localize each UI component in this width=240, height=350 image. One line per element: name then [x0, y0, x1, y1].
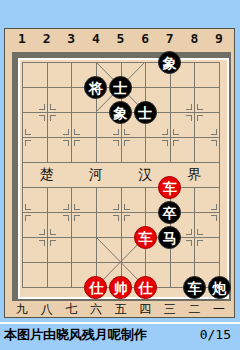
point-marker: [50, 115, 56, 121]
piece-red-帅[interactable]: 帅: [109, 276, 132, 299]
point-marker: [197, 115, 203, 121]
point-marker: [63, 204, 69, 210]
point-marker: [124, 204, 130, 210]
point-marker: [63, 215, 69, 221]
board-cell: [72, 238, 97, 263]
point-marker: [113, 140, 119, 146]
river-char: 河: [86, 163, 106, 185]
point-marker: [113, 215, 119, 221]
point-marker: [186, 115, 192, 121]
file-label-top: 1: [10, 32, 34, 46]
piece-red-车[interactable]: 车: [134, 226, 157, 249]
footer-divider: [0, 322, 240, 324]
piece-red-仕[interactable]: 仕: [84, 276, 107, 299]
point-marker: [25, 204, 31, 210]
file-label-bottom: 七: [59, 302, 83, 316]
point-marker: [39, 229, 45, 235]
point-marker: [25, 140, 31, 146]
file-label-top: 4: [84, 32, 108, 46]
piece-black-士[interactable]: 士: [134, 101, 157, 124]
file-label-top: 6: [133, 32, 157, 46]
piece-red-车[interactable]: 车: [158, 176, 181, 199]
file-label-top: 3: [59, 32, 83, 46]
point-marker: [162, 129, 168, 135]
point-marker: [25, 129, 31, 135]
point-marker: [63, 140, 69, 146]
point-marker: [74, 140, 80, 146]
file-label-top: 8: [182, 32, 206, 46]
piece-black-炮[interactable]: 炮: [208, 276, 231, 299]
piece-black-将[interactable]: 将: [84, 76, 107, 99]
file-label-bottom: 一: [207, 302, 231, 316]
point-marker: [211, 129, 217, 135]
point-marker: [113, 204, 119, 210]
point-marker: [25, 215, 31, 221]
point-marker: [186, 104, 192, 110]
point-marker: [50, 240, 56, 246]
point-marker: [211, 140, 217, 146]
point-marker: [173, 129, 179, 135]
point-marker: [113, 129, 119, 135]
point-marker: [124, 140, 130, 146]
piece-black-象[interactable]: 象: [109, 101, 132, 124]
point-marker: [124, 129, 130, 135]
point-marker: [39, 104, 45, 110]
board-cell: [48, 63, 73, 88]
board-cell: [97, 238, 122, 263]
piece-black-马[interactable]: 马: [158, 226, 181, 249]
file-label-bottom: 六: [84, 302, 108, 316]
file-label-top: 7: [158, 32, 182, 46]
credit-text: 本图片由晓风残月呢制作: [4, 326, 147, 344]
point-marker: [186, 240, 192, 246]
river-char: 楚: [37, 163, 57, 185]
move-counter: 0/15: [200, 327, 231, 342]
file-label-bottom: 九: [10, 302, 34, 316]
point-marker: [39, 115, 45, 121]
piece-black-卒[interactable]: 卒: [158, 201, 181, 224]
point-marker: [74, 215, 80, 221]
point-marker: [173, 140, 179, 146]
point-marker: [197, 104, 203, 110]
river-char: 汉: [135, 163, 155, 185]
file-label-top: 5: [109, 32, 133, 46]
point-marker: [124, 215, 130, 221]
point-marker: [74, 204, 80, 210]
piece-black-车[interactable]: 车: [183, 276, 206, 299]
point-marker: [211, 215, 217, 221]
board-cell: [23, 63, 48, 88]
xiangqi-app: 123456789 楚河汉界 象将士象士车卒车马仕帅仕车炮 九八七六五四三二一 …: [0, 0, 240, 350]
point-marker: [50, 229, 56, 235]
file-label-bottom: 四: [133, 302, 157, 316]
file-label-bottom: 五: [109, 302, 133, 316]
point-marker: [74, 129, 80, 135]
point-marker: [186, 229, 192, 235]
file-label-bottom: 八: [35, 302, 59, 316]
piece-black-象[interactable]: 象: [158, 51, 181, 74]
river-char: 界: [184, 163, 204, 185]
board-cell: [195, 63, 220, 88]
file-label-top: 9: [207, 32, 231, 46]
point-marker: [197, 229, 203, 235]
piece-black-士[interactable]: 士: [109, 76, 132, 99]
board-cell: [48, 263, 73, 288]
point-marker: [50, 104, 56, 110]
file-label-bottom: 三: [158, 302, 182, 316]
point-marker: [39, 240, 45, 246]
piece-red-仕[interactable]: 仕: [134, 276, 157, 299]
point-marker: [211, 204, 217, 210]
file-label-bottom: 二: [182, 302, 206, 316]
point-marker: [197, 240, 203, 246]
point-marker: [162, 140, 168, 146]
file-label-top: 2: [35, 32, 59, 46]
board-cell: [23, 263, 48, 288]
point-marker: [63, 129, 69, 135]
